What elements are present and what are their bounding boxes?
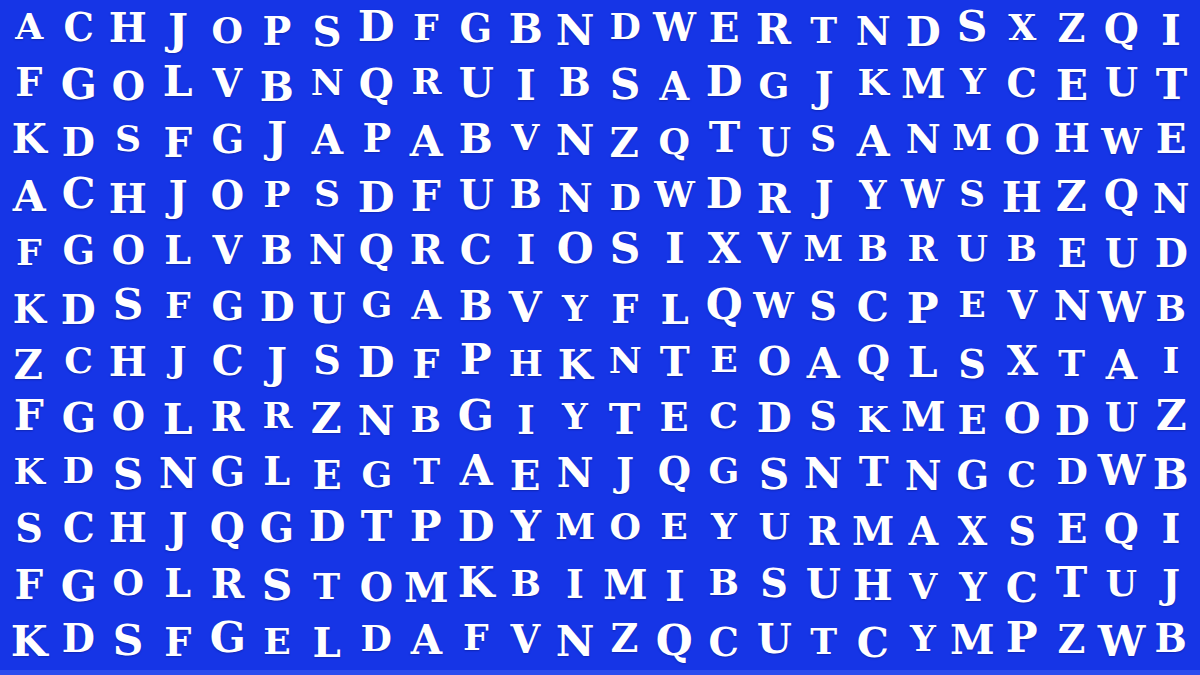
grid-cell-r4c15[interactable]: D xyxy=(699,169,749,225)
grid-cell-r4c9[interactable]: F xyxy=(401,169,451,225)
grid-cell-r11c7[interactable]: T xyxy=(302,558,352,614)
grid-cell-r2c21[interactable]: C xyxy=(997,58,1047,114)
grid-cell-r4c24[interactable]: N xyxy=(1146,169,1196,225)
grid-cell-r6c20[interactable]: E xyxy=(948,280,998,336)
grid-cell-r3c7[interactable]: A xyxy=(302,113,352,169)
grid-cell-r12c3[interactable]: S xyxy=(103,613,153,669)
grid-cell-r10c15[interactable]: Y xyxy=(699,502,749,558)
grid-cell-r6c2[interactable]: D xyxy=(54,280,104,336)
grid-cell-r2c5[interactable]: V xyxy=(203,58,253,114)
grid-cell-r8c8[interactable]: N xyxy=(352,391,402,447)
grid-cell-r5c2[interactable]: G xyxy=(54,224,104,280)
grid-letter: B xyxy=(1007,231,1038,267)
grid-cell-r8c20[interactable]: E xyxy=(948,391,998,447)
grid-cell-r4c20[interactable]: S xyxy=(948,169,998,225)
grid-cell-r2c4[interactable]: L xyxy=(153,58,203,114)
grid-cell-r6c8[interactable]: G xyxy=(352,280,402,336)
grid-cell-r7c11[interactable]: H xyxy=(501,335,551,391)
grid-cell-r4c13[interactable]: D xyxy=(600,169,650,225)
grid-cell-r5c9[interactable]: R xyxy=(401,224,451,280)
grid-cell-r7c7[interactable]: S xyxy=(302,335,352,391)
grid-cell-r11c1[interactable]: F xyxy=(4,558,54,614)
grid-cell-r4c3[interactable]: H xyxy=(103,169,153,225)
grid-cell-r4c21[interactable]: H xyxy=(997,169,1047,225)
grid-cell-r7c18[interactable]: Q xyxy=(848,335,898,391)
grid-letter: Q xyxy=(659,124,690,160)
grid-cell-r8c18[interactable]: K xyxy=(848,391,898,447)
grid-cell-r10c21[interactable]: S xyxy=(997,502,1047,558)
grid-cell-r7c17[interactable]: A xyxy=(799,335,849,391)
grid-cell-r12c7[interactable]: L xyxy=(302,613,352,669)
grid-cell-r5c19[interactable]: R xyxy=(898,224,948,280)
grid-cell-r11c23[interactable]: U xyxy=(1097,558,1147,614)
grid-cell-r11c6[interactable]: S xyxy=(252,558,302,614)
grid-cell-r8c24[interactable]: Z xyxy=(1146,391,1196,447)
grid-cell-r2c1[interactable]: F xyxy=(4,58,54,114)
grid-cell-r4c4[interactable]: J xyxy=(153,169,203,225)
grid-cell-r1c23[interactable]: Q xyxy=(1097,2,1147,58)
grid-cell-r4c12[interactable]: N xyxy=(550,169,600,225)
grid-cell-r2c3[interactable]: O xyxy=(103,58,153,114)
grid-cell-r2c24[interactable]: T xyxy=(1146,58,1196,114)
grid-cell-r2c17[interactable]: J xyxy=(799,58,849,114)
grid-cell-r5c11[interactable]: I xyxy=(501,224,551,280)
grid-cell-r9c1[interactable]: K xyxy=(4,447,54,503)
grid-cell-r10c17[interactable]: R xyxy=(799,502,849,558)
grid-cell-r7c6[interactable]: J xyxy=(252,335,302,391)
grid-cell-r10c9[interactable]: P xyxy=(401,502,451,558)
grid-cell-r4c5[interactable]: O xyxy=(203,169,253,225)
grid-cell-r11c3[interactable]: O xyxy=(103,558,153,614)
grid-cell-r6c21[interactable]: V xyxy=(997,280,1047,336)
grid-cell-r8c16[interactable]: D xyxy=(749,391,799,447)
grid-cell-r2c19[interactable]: M xyxy=(898,58,948,114)
grid-cell-r2c12[interactable]: B xyxy=(550,58,600,114)
grid-cell-r11c16[interactable]: S xyxy=(749,558,799,614)
grid-cell-r10c4[interactable]: J xyxy=(153,502,203,558)
grid-cell-r8c6[interactable]: R xyxy=(252,391,302,447)
grid-cell-r5c4[interactable]: L xyxy=(153,224,203,280)
grid-cell-r3c8[interactable]: P xyxy=(352,113,402,169)
grid-cell-r1c17[interactable]: T xyxy=(799,2,849,58)
grid-cell-r4c1[interactable]: A xyxy=(4,169,54,225)
grid-cell-r7c12[interactable]: K xyxy=(550,335,600,391)
grid-letter: Y xyxy=(562,291,588,327)
grid-cell-r3c24[interactable]: E xyxy=(1146,113,1196,169)
grid-cell-r6c6[interactable]: D xyxy=(252,280,302,336)
grid-cell-r12c8[interactable]: D xyxy=(352,613,402,669)
grid-cell-r8c19[interactable]: M xyxy=(898,391,948,447)
grid-cell-r7c8[interactable]: D xyxy=(352,335,402,391)
grid-cell-r5c17[interactable]: M xyxy=(799,224,849,280)
grid-cell-r3c10[interactable]: B xyxy=(451,113,501,169)
grid-cell-r10c3[interactable]: H xyxy=(103,502,153,558)
grid-cell-r4c17[interactable]: J xyxy=(799,169,849,225)
grid-cell-r7c3[interactable]: H xyxy=(103,335,153,391)
grid-cell-r2c22[interactable]: E xyxy=(1047,58,1097,114)
grid-cell-r6c13[interactable]: F xyxy=(600,280,650,336)
grid-cell-r3c18[interactable]: A xyxy=(848,113,898,169)
grid-cell-r3c9[interactable]: A xyxy=(401,113,451,169)
grid-cell-r6c14[interactable]: L xyxy=(650,280,700,336)
grid-cell-r1c4[interactable]: J xyxy=(153,2,203,58)
grid-cell-r7c4[interactable]: J xyxy=(153,335,203,391)
grid-cell-r2c7[interactable]: N xyxy=(302,58,352,114)
grid-cell-r12c16[interactable]: U xyxy=(749,613,799,669)
grid-cell-r7c2[interactable]: C xyxy=(54,335,104,391)
grid-cell-r7c1[interactable]: Z xyxy=(4,335,54,391)
grid-cell-r3c19[interactable]: N xyxy=(898,113,948,169)
grid-cell-r8c22[interactable]: D xyxy=(1047,391,1097,447)
grid-cell-r6c24[interactable]: B xyxy=(1146,280,1196,336)
grid-cell-r10c7[interactable]: D xyxy=(302,502,352,558)
grid-cell-r3c15[interactable]: T xyxy=(699,113,749,169)
grid-cell-r1c19[interactable]: D xyxy=(898,2,948,58)
grid-cell-r5c15[interactable]: X xyxy=(699,224,749,280)
grid-cell-r12c2[interactable]: D xyxy=(54,613,104,669)
grid-letter: F xyxy=(16,235,42,271)
grid-cell-r2c13[interactable]: S xyxy=(600,58,650,114)
grid-cell-r11c12[interactable]: I xyxy=(550,558,600,614)
grid-cell-r12c24[interactable]: B xyxy=(1146,613,1196,669)
grid-cell-r12c11[interactable]: V xyxy=(501,613,551,669)
grid-cell-r4c2[interactable]: C xyxy=(54,169,104,225)
grid-cell-r7c16[interactable]: O xyxy=(749,335,799,391)
grid-cell-r9c13[interactable]: J xyxy=(600,447,650,503)
grid-letter: D xyxy=(358,6,395,48)
grid-cell-r5c6[interactable]: B xyxy=(252,224,302,280)
grid-cell-r12c22[interactable]: Z xyxy=(1047,613,1097,669)
grid-cell-r5c8[interactable]: Q xyxy=(352,224,402,280)
grid-cell-r12c20[interactable]: M xyxy=(948,613,998,669)
grid-cell-r6c10[interactable]: B xyxy=(451,280,501,336)
grid-cell-r9c18[interactable]: T xyxy=(848,447,898,503)
grid-cell-r1c8[interactable]: D xyxy=(352,2,402,58)
grid-cell-r9c4[interactable]: N xyxy=(153,447,203,503)
grid-cell-r1c5[interactable]: O xyxy=(203,2,253,58)
grid-cell-r2c8[interactable]: Q xyxy=(352,58,402,114)
grid-cell-r3c23[interactable]: W xyxy=(1097,113,1147,169)
grid-cell-r1c16[interactable]: R xyxy=(749,2,799,58)
grid-cell-r11c10[interactable]: K xyxy=(451,558,501,614)
grid-cell-r11c9[interactable]: M xyxy=(401,558,451,614)
grid-cell-r2c2[interactable]: G xyxy=(54,58,104,114)
grid-cell-r4c8[interactable]: D xyxy=(352,169,402,225)
grid-cell-r5c22[interactable]: E xyxy=(1047,224,1097,280)
grid-cell-r1c3[interactable]: H xyxy=(103,2,153,58)
grid-cell-r10c1[interactable]: S xyxy=(4,502,54,558)
grid-cell-r4c23[interactable]: Q xyxy=(1097,169,1147,225)
grid-cell-r5c21[interactable]: B xyxy=(997,224,1047,280)
grid-cell-r5c20[interactable]: U xyxy=(948,224,998,280)
grid-cell-r11c13[interactable]: M xyxy=(600,558,650,614)
grid-cell-r8c11[interactable]: I xyxy=(501,391,551,447)
grid-cell-r12c17[interactable]: T xyxy=(799,613,849,669)
grid-cell-r10c23[interactable]: Q xyxy=(1097,502,1147,558)
grid-cell-r5c16[interactable]: V xyxy=(749,224,799,280)
grid-cell-r4c11[interactable]: B xyxy=(501,169,551,225)
grid-cell-r8c17[interactable]: S xyxy=(799,391,849,447)
grid-cell-r3c3[interactable]: S xyxy=(103,113,153,169)
grid-cell-r7c20[interactable]: S xyxy=(948,335,998,391)
grid-cell-r9c20[interactable]: G xyxy=(948,447,998,503)
grid-cell-r10c20[interactable]: X xyxy=(948,502,998,558)
grid-cell-r10c11[interactable]: Y xyxy=(501,502,551,558)
grid-cell-r6c16[interactable]: W xyxy=(749,280,799,336)
grid-cell-r10c18[interactable]: M xyxy=(848,502,898,558)
grid-cell-r8c10[interactable]: G xyxy=(451,391,501,447)
grid-cell-r2c23[interactable]: U xyxy=(1097,58,1147,114)
grid-letter: P xyxy=(362,120,391,158)
grid-cell-r2c15[interactable]: D xyxy=(699,58,749,114)
grid-cell-r9c17[interactable]: N xyxy=(799,447,849,503)
grid-cell-r7c21[interactable]: X xyxy=(997,335,1047,391)
grid-cell-r10c22[interactable]: E xyxy=(1047,502,1097,558)
grid-cell-r11c17[interactable]: U xyxy=(799,558,849,614)
grid-cell-r3c14[interactable]: Q xyxy=(650,113,700,169)
grid-cell-r1c22[interactable]: Z xyxy=(1047,2,1097,58)
grid-cell-r7c15[interactable]: E xyxy=(699,335,749,391)
grid-cell-r9c5[interactable]: G xyxy=(203,447,253,503)
grid-cell-r8c5[interactable]: R xyxy=(203,391,253,447)
grid-cell-r10c24[interactable]: I xyxy=(1146,502,1196,558)
grid-cell-r2c9[interactable]: R xyxy=(401,58,451,114)
grid-letter: W xyxy=(1098,621,1146,663)
grid-cell-r7c5[interactable]: C xyxy=(203,335,253,391)
grid-cell-r5c1[interactable]: F xyxy=(4,224,54,280)
grid-cell-r6c11[interactable]: V xyxy=(501,280,551,336)
grid-cell-r7c13[interactable]: N xyxy=(600,335,650,391)
grid-cell-r5c3[interactable]: O xyxy=(103,224,153,280)
grid-cell-r5c12[interactable]: O xyxy=(550,224,600,280)
grid-cell-r10c12[interactable]: M xyxy=(550,502,600,558)
grid-cell-r9c14[interactable]: Q xyxy=(650,447,700,503)
grid-cell-r1c2[interactable]: C xyxy=(54,2,104,58)
grid-cell-r6c23[interactable]: W xyxy=(1097,280,1147,336)
grid-cell-r3c21[interactable]: O xyxy=(997,113,1047,169)
grid-cell-r6c12[interactable]: Y xyxy=(550,280,600,336)
grid-cell-r9c23[interactable]: W xyxy=(1097,447,1147,503)
grid-cell-r1c12[interactable]: N xyxy=(550,2,600,58)
grid-cell-r3c4[interactable]: F xyxy=(153,113,203,169)
grid-cell-r3c11[interactable]: V xyxy=(501,113,551,169)
grid-cell-r6c7[interactable]: U xyxy=(302,280,352,336)
grid-cell-r12c4[interactable]: F xyxy=(153,613,203,669)
grid-cell-r4c16[interactable]: R xyxy=(749,169,799,225)
grid-cell-r2c16[interactable]: G xyxy=(749,58,799,114)
grid-cell-r9c2[interactable]: D xyxy=(54,447,104,503)
grid-cell-r7c9[interactable]: F xyxy=(401,335,451,391)
grid-cell-r8c21[interactable]: O xyxy=(997,391,1047,447)
grid-cell-r1c20[interactable]: S xyxy=(948,2,998,58)
grid-cell-r3c2[interactable]: D xyxy=(54,113,104,169)
grid-cell-r5c18[interactable]: B xyxy=(848,224,898,280)
grid-cell-r7c14[interactable]: T xyxy=(650,335,700,391)
grid-cell-r3c12[interactable]: N xyxy=(550,113,600,169)
grid-cell-r5c24[interactable]: D xyxy=(1146,224,1196,280)
grid-cell-r9c19[interactable]: N xyxy=(898,447,948,503)
grid-cell-r2c6[interactable]: B xyxy=(252,58,302,114)
grid-cell-r10c14[interactable]: E xyxy=(650,502,700,558)
grid-cell-r8c12[interactable]: Y xyxy=(550,391,600,447)
grid-letter: Q xyxy=(1104,175,1139,215)
grid-cell-r12c23[interactable]: W xyxy=(1097,613,1147,669)
grid-cell-r6c3[interactable]: S xyxy=(103,280,153,336)
grid-cell-r12c10[interactable]: F xyxy=(451,613,501,669)
grid-cell-r11c8[interactable]: O xyxy=(352,558,402,614)
grid-cell-r12c21[interactable]: P xyxy=(997,613,1047,669)
grid-cell-r7c10[interactable]: P xyxy=(451,335,501,391)
grid-cell-r12c19[interactable]: Y xyxy=(898,613,948,669)
grid-cell-r9c6[interactable]: L xyxy=(252,447,302,503)
grid-cell-r11c4[interactable]: L xyxy=(153,558,203,614)
grid-cell-r4c6[interactable]: P xyxy=(252,169,302,225)
grid-letter: G xyxy=(61,399,95,439)
grid-cell-r10c10[interactable]: D xyxy=(451,502,501,558)
grid-cell-r6c1[interactable]: K xyxy=(4,280,54,336)
grid-cell-r9c21[interactable]: C xyxy=(997,447,1047,503)
grid-cell-r4c19[interactable]: W xyxy=(898,169,948,225)
grid-cell-r12c18[interactable]: C xyxy=(848,613,898,669)
grid-cell-r1c9[interactable]: F xyxy=(401,2,451,58)
grid-cell-r9c16[interactable]: S xyxy=(749,447,799,503)
grid-cell-r8c3[interactable]: O xyxy=(103,391,153,447)
grid-cell-r1c21[interactable]: X xyxy=(997,2,1047,58)
grid-cell-r9c10[interactable]: A xyxy=(451,447,501,503)
grid-cell-r12c14[interactable]: Q xyxy=(650,613,700,669)
grid-cell-r1c11[interactable]: B xyxy=(501,2,551,58)
grid-cell-r11c18[interactable]: H xyxy=(848,558,898,614)
grid-cell-r1c1[interactable]: A xyxy=(4,2,54,58)
grid-cell-r12c9[interactable]: A xyxy=(401,613,451,669)
grid-cell-r1c15[interactable]: E xyxy=(699,2,749,58)
grid-cell-r9c9[interactable]: T xyxy=(401,447,451,503)
grid-cell-r1c10[interactable]: G xyxy=(451,2,501,58)
grid-cell-r11c15[interactable]: B xyxy=(699,558,749,614)
grid-cell-r3c13[interactable]: Z xyxy=(600,113,650,169)
grid-cell-r10c16[interactable]: U xyxy=(749,502,799,558)
grid-cell-r2c20[interactable]: Y xyxy=(948,58,998,114)
grid-cell-r10c2[interactable]: C xyxy=(54,502,104,558)
grid-cell-r7c23[interactable]: A xyxy=(1097,335,1147,391)
grid-letter: E xyxy=(1056,65,1088,107)
grid-cell-r8c1[interactable]: F xyxy=(4,391,54,447)
grid-cell-r2c10[interactable]: U xyxy=(451,58,501,114)
grid-cell-r9c7[interactable]: E xyxy=(302,447,352,503)
grid-cell-r3c22[interactable]: H xyxy=(1047,113,1097,169)
grid-cell-r6c18[interactable]: C xyxy=(848,280,898,336)
grid-cell-r3c17[interactable]: S xyxy=(799,113,849,169)
grid-cell-r12c1[interactable]: K xyxy=(4,613,54,669)
grid-cell-r8c23[interactable]: U xyxy=(1097,391,1147,447)
grid-cell-r11c22[interactable]: T xyxy=(1047,558,1097,614)
grid-cell-r11c11[interactable]: B xyxy=(501,558,551,614)
grid-cell-r10c8[interactable]: T xyxy=(352,502,402,558)
grid-cell-r1c6[interactable]: P xyxy=(252,2,302,58)
grid-cell-r10c5[interactable]: Q xyxy=(203,502,253,558)
grid-cell-r4c18[interactable]: Y xyxy=(848,169,898,225)
grid-cell-r11c14[interactable]: I xyxy=(650,558,700,614)
grid-cell-r5c7[interactable]: N xyxy=(302,224,352,280)
grid-cell-r10c13[interactable]: O xyxy=(600,502,650,558)
grid-cell-r9c22[interactable]: D xyxy=(1047,447,1097,503)
grid-cell-r3c6[interactable]: J xyxy=(252,113,302,169)
grid-cell-r4c22[interactable]: Z xyxy=(1047,169,1097,225)
grid-cell-r12c13[interactable]: Z xyxy=(600,613,650,669)
grid-cell-r3c5[interactable]: G xyxy=(203,113,253,169)
grid-cell-r3c16[interactable]: U xyxy=(749,113,799,169)
grid-cell-r5c10[interactable]: C xyxy=(451,224,501,280)
grid-cell-r1c14[interactable]: W xyxy=(650,2,700,58)
grid-cell-r7c19[interactable]: L xyxy=(898,335,948,391)
grid-cell-r11c24[interactable]: J xyxy=(1146,558,1196,614)
grid-cell-r2c11[interactable]: I xyxy=(501,58,551,114)
grid-cell-r10c6[interactable]: G xyxy=(252,502,302,558)
grid-cell-r3c20[interactable]: M xyxy=(948,113,998,169)
grid-cell-r6c22[interactable]: N xyxy=(1047,280,1097,336)
grid-cell-r6c17[interactable]: S xyxy=(799,280,849,336)
grid-cell-r8c9[interactable]: B xyxy=(401,391,451,447)
grid-cell-r5c14[interactable]: I xyxy=(650,224,700,280)
grid-cell-r12c6[interactable]: E xyxy=(252,613,302,669)
grid-cell-r9c15[interactable]: G xyxy=(699,447,749,503)
grid-cell-r1c7[interactable]: S xyxy=(302,2,352,58)
grid-cell-r6c19[interactable]: P xyxy=(898,280,948,336)
grid-cell-r1c18[interactable]: N xyxy=(848,2,898,58)
grid-cell-r11c20[interactable]: Y xyxy=(948,558,998,614)
grid-cell-r2c18[interactable]: K xyxy=(848,58,898,114)
grid-cell-r8c13[interactable]: T xyxy=(600,391,650,447)
grid-cell-r9c11[interactable]: E xyxy=(501,447,551,503)
grid-cell-r9c3[interactable]: S xyxy=(103,447,153,503)
grid-cell-r6c4[interactable]: F xyxy=(153,280,203,336)
grid-cell-r2c14[interactable]: A xyxy=(650,58,700,114)
grid-cell-r9c8[interactable]: G xyxy=(352,447,402,503)
grid-cell-r6c9[interactable]: A xyxy=(401,280,451,336)
grid-cell-r9c24[interactable]: B xyxy=(1146,447,1196,503)
grid-cell-r4c7[interactable]: S xyxy=(302,169,352,225)
grid-cell-r3c1[interactable]: K xyxy=(4,113,54,169)
grid-cell-r12c12[interactable]: N xyxy=(550,613,600,669)
grid-cell-r10c19[interactable]: A xyxy=(898,502,948,558)
grid-cell-r1c13[interactable]: D xyxy=(600,2,650,58)
grid-cell-r9c12[interactable]: N xyxy=(550,447,600,503)
grid-cell-r5c5[interactable]: V xyxy=(203,224,253,280)
grid-cell-r8c15[interactable]: C xyxy=(699,391,749,447)
grid-cell-r4c10[interactable]: U xyxy=(451,169,501,225)
grid-cell-r4c14[interactable]: W xyxy=(650,169,700,225)
grid-cell-r12c5[interactable]: G xyxy=(203,613,253,669)
grid-cell-r7c22[interactable]: T xyxy=(1047,335,1097,391)
grid-cell-r7c24[interactable]: I xyxy=(1146,335,1196,391)
grid-cell-r8c2[interactable]: G xyxy=(54,391,104,447)
grid-letter: U xyxy=(1106,566,1138,602)
grid-cell-r8c4[interactable]: L xyxy=(153,391,203,447)
grid-letter: B xyxy=(260,68,294,108)
grid-cell-r5c13[interactable]: S xyxy=(600,224,650,280)
grid-cell-r6c5[interactable]: G xyxy=(203,280,253,336)
grid-cell-r12c15[interactable]: C xyxy=(699,613,749,669)
grid-cell-r1c24[interactable]: I xyxy=(1146,2,1196,58)
grid-cell-r6c15[interactable]: Q xyxy=(699,280,749,336)
grid-cell-r8c7[interactable]: Z xyxy=(302,391,352,447)
grid-cell-r8c14[interactable]: E xyxy=(650,391,700,447)
grid-cell-r5c23[interactable]: U xyxy=(1097,224,1147,280)
grid-cell-r11c2[interactable]: G xyxy=(54,558,104,614)
grid-cell-r11c5[interactable]: R xyxy=(203,558,253,614)
grid-cell-r11c21[interactable]: C xyxy=(997,558,1047,614)
grid-cell-r11c19[interactable]: V xyxy=(898,558,948,614)
